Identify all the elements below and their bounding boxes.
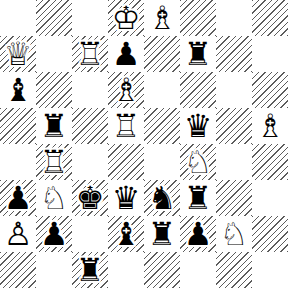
piece-black-glyph: ♜ xyxy=(36,108,72,144)
square-a2[interactable]: ♟♙ xyxy=(0,216,36,252)
piece-outline-glyph: ♘ xyxy=(216,216,252,252)
piece-black-rook[interactable]: ♜ xyxy=(180,180,216,216)
square-g2[interactable]: ♞♘ xyxy=(216,216,252,252)
square-g3[interactable] xyxy=(216,180,252,216)
piece-outline-glyph: ♖ xyxy=(72,36,108,72)
piece-white-knight[interactable]: ♞♘ xyxy=(36,180,72,216)
piece-black-pawn[interactable]: ♟ xyxy=(108,36,144,72)
piece-outline-glyph: ♕ xyxy=(0,36,36,72)
square-h2[interactable] xyxy=(252,216,288,252)
piece-black-queen[interactable]: ♛ xyxy=(108,180,144,216)
piece-white-knight[interactable]: ♞♘ xyxy=(180,144,216,180)
square-e8[interactable]: ♝♗ xyxy=(144,0,180,36)
piece-outline-glyph: ♔ xyxy=(108,0,144,36)
piece-outline-glyph: ♙ xyxy=(0,216,36,252)
piece-black-glyph: ♟ xyxy=(180,216,216,252)
piece-black-glyph: ♝ xyxy=(108,216,144,252)
piece-white-bishop[interactable]: ♝♗ xyxy=(252,108,288,144)
piece-black-king[interactable]: ♚ xyxy=(72,180,108,216)
square-a3[interactable]: ♟ xyxy=(0,180,36,216)
piece-black-queen[interactable]: ♛ xyxy=(180,108,216,144)
piece-white-bishop[interactable]: ♝♗ xyxy=(144,0,180,36)
piece-black-glyph: ♟ xyxy=(36,216,72,252)
square-g7[interactable] xyxy=(216,36,252,72)
square-c8[interactable] xyxy=(72,0,108,36)
piece-outline-glyph: ♘ xyxy=(180,144,216,180)
square-d8[interactable]: ♚♔ xyxy=(108,0,144,36)
piece-black-glyph: ♟ xyxy=(0,180,36,216)
square-f5[interactable]: ♛ xyxy=(180,108,216,144)
square-e3[interactable]: ♞ xyxy=(144,180,180,216)
square-d3[interactable]: ♛ xyxy=(108,180,144,216)
piece-black-knight[interactable]: ♞ xyxy=(144,180,180,216)
piece-black-rook[interactable]: ♜ xyxy=(144,216,180,252)
square-f4[interactable]: ♞♘ xyxy=(180,144,216,180)
piece-white-king[interactable]: ♚♔ xyxy=(108,0,144,36)
square-h5[interactable]: ♝♗ xyxy=(252,108,288,144)
square-g8[interactable] xyxy=(216,0,252,36)
square-h6[interactable] xyxy=(252,72,288,108)
square-a5[interactable] xyxy=(0,108,36,144)
square-b3[interactable]: ♞♘ xyxy=(36,180,72,216)
piece-outline-glyph: ♖ xyxy=(36,144,72,180)
square-a4[interactable] xyxy=(0,144,36,180)
square-c4[interactable] xyxy=(72,144,108,180)
piece-black-bishop[interactable]: ♝ xyxy=(108,216,144,252)
piece-black-glyph: ♜ xyxy=(180,180,216,216)
square-h1[interactable] xyxy=(252,252,288,288)
square-g1[interactable] xyxy=(216,252,252,288)
piece-black-rook[interactable]: ♜ xyxy=(36,108,72,144)
square-a1[interactable] xyxy=(0,252,36,288)
square-b4[interactable]: ♜♖ xyxy=(36,144,72,180)
square-b6[interactable] xyxy=(36,72,72,108)
square-f1[interactable] xyxy=(180,252,216,288)
square-c6[interactable] xyxy=(72,72,108,108)
piece-white-rook[interactable]: ♜♖ xyxy=(72,36,108,72)
piece-black-pawn[interactable]: ♟ xyxy=(36,216,72,252)
square-h8[interactable] xyxy=(252,0,288,36)
square-e4[interactable] xyxy=(144,144,180,180)
piece-black-glyph: ♝ xyxy=(0,72,36,108)
square-g4[interactable] xyxy=(216,144,252,180)
square-h4[interactable] xyxy=(252,144,288,180)
square-e7[interactable] xyxy=(144,36,180,72)
piece-outline-glyph: ♗ xyxy=(252,108,288,144)
piece-black-glyph: ♚ xyxy=(72,180,108,216)
piece-black-glyph: ♜ xyxy=(144,216,180,252)
square-b8[interactable] xyxy=(36,0,72,36)
square-e6[interactable] xyxy=(144,72,180,108)
piece-black-pawn[interactable]: ♟ xyxy=(180,216,216,252)
square-b2[interactable]: ♟ xyxy=(36,216,72,252)
square-c1[interactable]: ♜ xyxy=(72,252,108,288)
square-b5[interactable]: ♜ xyxy=(36,108,72,144)
square-d6[interactable]: ♝♗ xyxy=(108,72,144,108)
piece-outline-glyph: ♗ xyxy=(108,72,144,108)
square-d1[interactable] xyxy=(108,252,144,288)
piece-black-glyph: ♛ xyxy=(108,180,144,216)
square-c3[interactable]: ♚ xyxy=(72,180,108,216)
square-g5[interactable] xyxy=(216,108,252,144)
square-e1[interactable] xyxy=(144,252,180,288)
piece-white-bishop[interactable]: ♝♗ xyxy=(108,72,144,108)
square-d4[interactable] xyxy=(108,144,144,180)
piece-outline-glyph: ♗ xyxy=(144,0,180,36)
piece-white-pawn[interactable]: ♟♙ xyxy=(0,216,36,252)
piece-outline-glyph: ♖ xyxy=(108,108,144,144)
square-f6[interactable] xyxy=(180,72,216,108)
piece-black-glyph: ♜ xyxy=(180,36,216,72)
piece-outline-glyph: ♘ xyxy=(36,180,72,216)
piece-black-rook[interactable]: ♜ xyxy=(72,252,108,288)
square-b7[interactable] xyxy=(36,36,72,72)
piece-white-rook[interactable]: ♜♖ xyxy=(108,108,144,144)
square-e5[interactable] xyxy=(144,108,180,144)
square-a8[interactable] xyxy=(0,0,36,36)
square-h7[interactable] xyxy=(252,36,288,72)
square-c7[interactable]: ♜♖ xyxy=(72,36,108,72)
piece-black-glyph: ♟ xyxy=(108,36,144,72)
square-c5[interactable] xyxy=(72,108,108,144)
square-f3[interactable]: ♜ xyxy=(180,180,216,216)
piece-black-rook[interactable]: ♜ xyxy=(180,36,216,72)
square-f7[interactable]: ♜ xyxy=(180,36,216,72)
square-e2[interactable]: ♜ xyxy=(144,216,180,252)
square-f2[interactable]: ♟ xyxy=(180,216,216,252)
square-d5[interactable]: ♜♖ xyxy=(108,108,144,144)
square-a7[interactable]: ♛♕ xyxy=(0,36,36,72)
piece-black-glyph: ♜ xyxy=(72,252,108,288)
piece-white-knight[interactable]: ♞♘ xyxy=(216,216,252,252)
square-d7[interactable]: ♟ xyxy=(108,36,144,72)
piece-white-queen[interactable]: ♛♕ xyxy=(0,36,36,72)
square-h3[interactable] xyxy=(252,180,288,216)
piece-white-rook[interactable]: ♜♖ xyxy=(36,144,72,180)
square-a6[interactable]: ♝ xyxy=(0,72,36,108)
piece-black-glyph: ♞ xyxy=(144,180,180,216)
square-b1[interactable] xyxy=(36,252,72,288)
piece-black-glyph: ♛ xyxy=(180,108,216,144)
square-f8[interactable] xyxy=(180,0,216,36)
piece-black-pawn[interactable]: ♟ xyxy=(0,180,36,216)
chess-board: ♚♔♝♗♛♕♜♖♟♜♝♝♗♜♜♖♛♝♗♜♖♞♘♟♞♘♚♛♞♜♟♙♟♝♜♟♞♘♜ xyxy=(0,0,288,288)
square-g6[interactable] xyxy=(216,72,252,108)
piece-black-bishop[interactable]: ♝ xyxy=(0,72,36,108)
square-c2[interactable] xyxy=(72,216,108,252)
square-d2[interactable]: ♝ xyxy=(108,216,144,252)
